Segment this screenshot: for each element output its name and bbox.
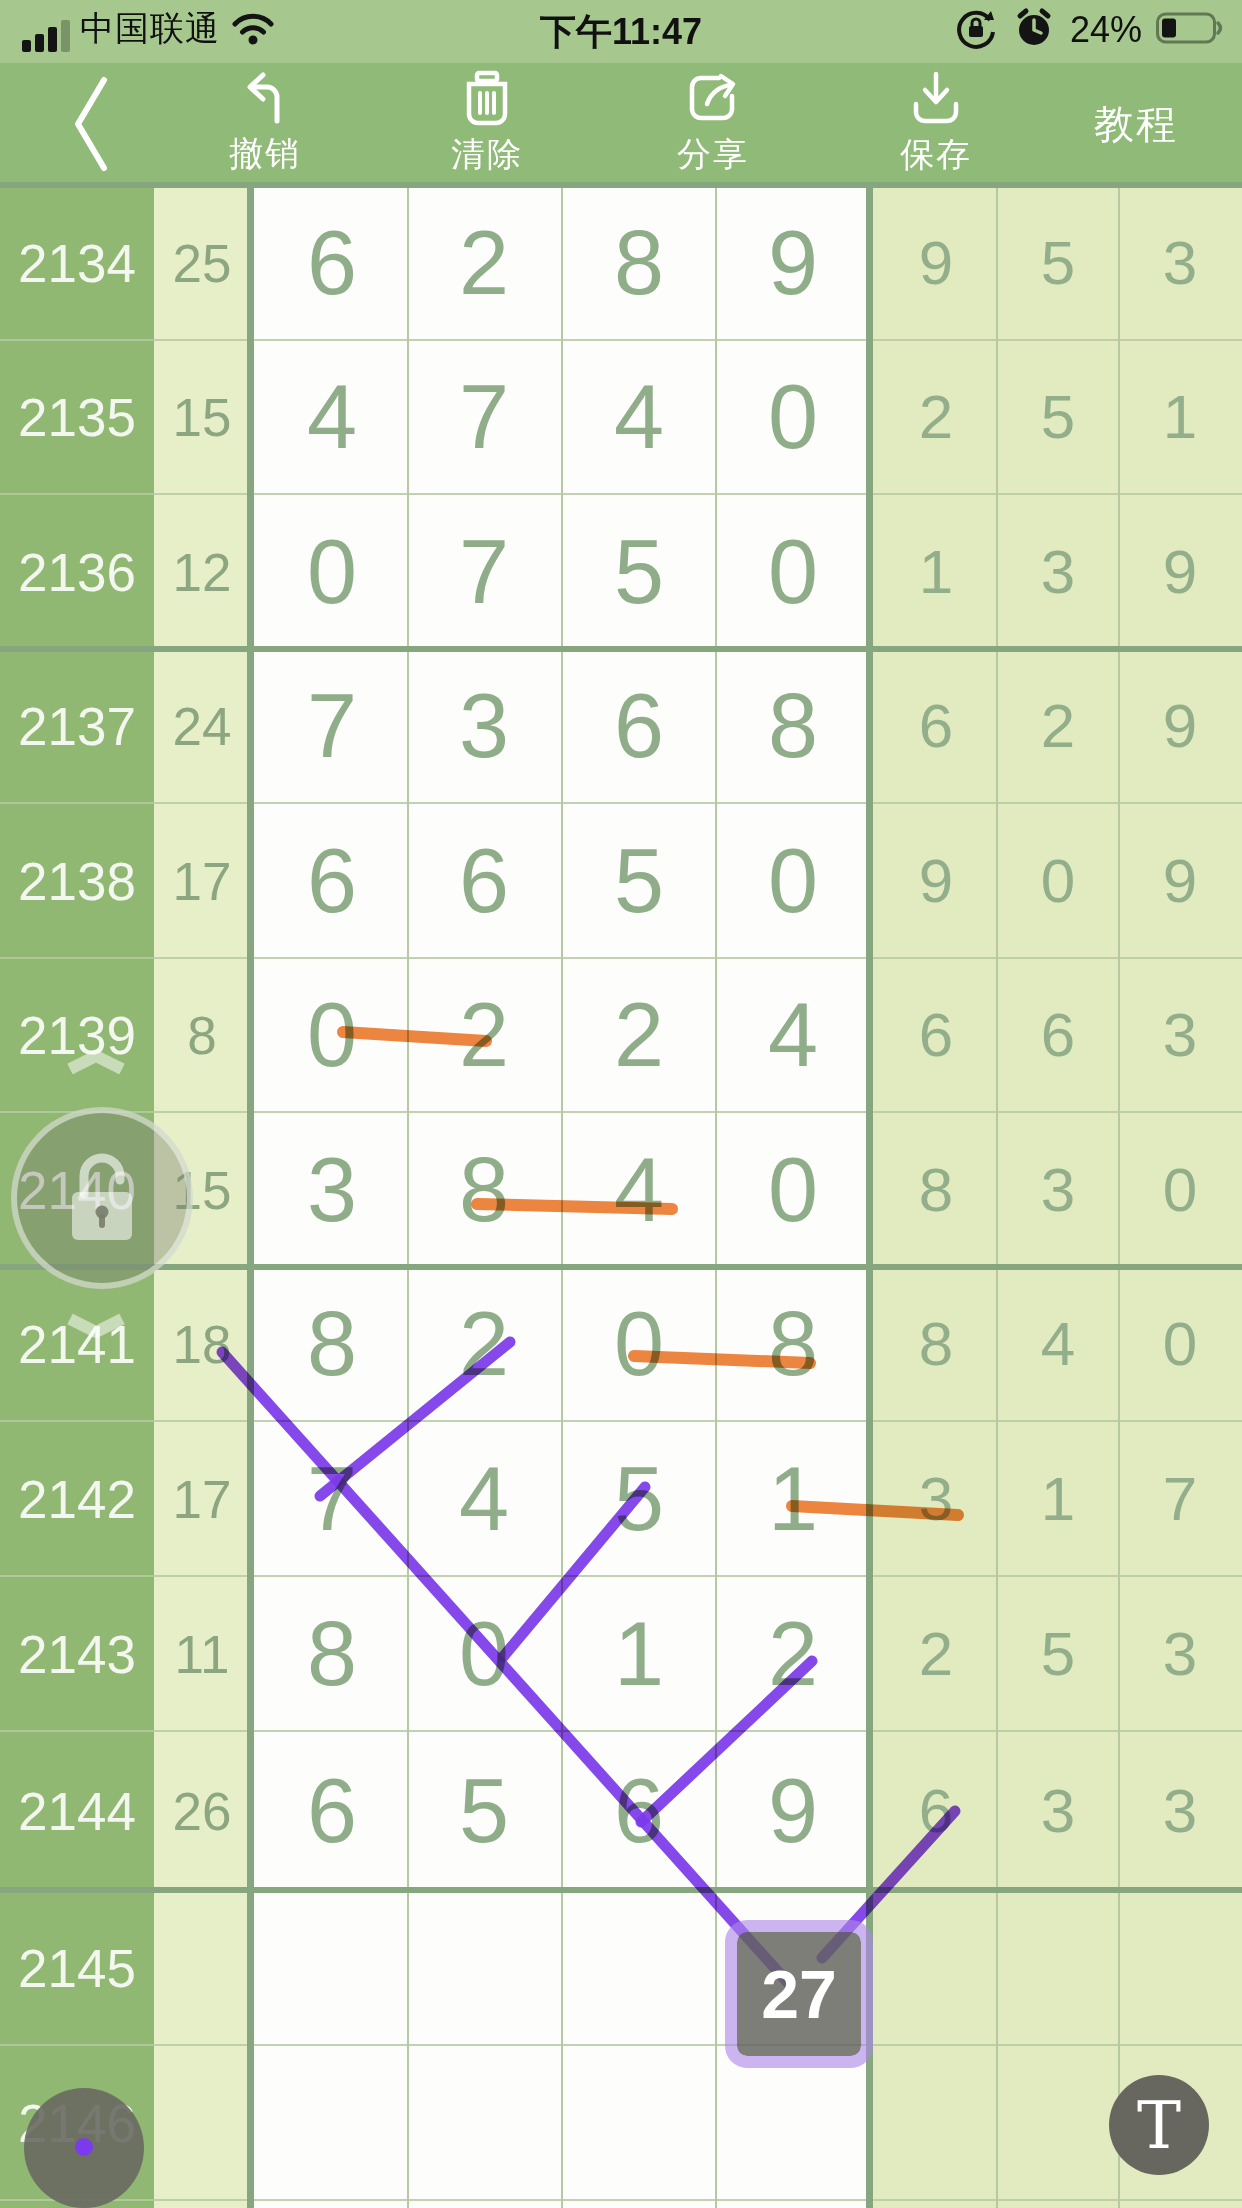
front-digit: 0 [459,1609,509,1699]
tutorial-label: 教程 [1094,97,1178,152]
sum-prediction-badge[interactable]: 27 [725,1920,873,2068]
undo-label: 撤销 [229,131,301,177]
sum-value: 26 [173,1784,232,1837]
back-digit: 2 [919,1623,953,1685]
front-digit: 8 [459,1145,509,1235]
sum-value: 8 [187,1009,216,1062]
period-label: 2145 [18,1941,136,1994]
sum-value: 12 [173,545,232,598]
text-tool-label: T [1137,2087,1181,2164]
back-button[interactable] [17,63,167,185]
front-digit: 0 [307,527,357,617]
app-screen: 中国联通 下午11:47 [0,0,1242,2208]
back-digit: 5 [1041,1623,1075,1685]
sum-value: 25 [173,236,232,289]
front-digit: 2 [614,990,664,1080]
back-digit: 8 [919,1159,953,1221]
back-digit: 3 [1163,1004,1197,1066]
share-icon [685,70,741,126]
front-digit: 5 [614,836,664,926]
lock-handle-button[interactable] [11,1107,193,1289]
back-digit: 6 [919,1780,953,1842]
front-digit: 5 [614,1454,664,1544]
chevron-down-icon[interactable] [64,1314,128,1338]
front-digit: 6 [459,836,509,926]
back-digit: 9 [919,850,953,912]
front-digit: 0 [768,1145,818,1235]
front-digit: 9 [768,1766,818,1856]
back-digit: 3 [1163,1623,1197,1685]
back-digit: 9 [1163,850,1197,912]
period-label: 2144 [18,1784,136,1837]
back-digit: 6 [919,1004,953,1066]
rotation-lock-icon [954,6,998,54]
front-digit: 0 [307,990,357,1080]
front-digit: 4 [614,1145,664,1235]
text-tool-button[interactable]: T [1109,2075,1209,2175]
period-label: 2138 [18,854,136,907]
back-digit: 3 [1041,1159,1075,1221]
share-button[interactable]: 分享 [638,63,788,185]
back-digit: 1 [1163,386,1197,448]
front-digit: 7 [459,372,509,462]
front-digit: 6 [614,1766,664,1856]
front-digit: 5 [614,527,664,617]
back-chevron-icon [70,74,114,174]
front-digit: 2 [459,990,509,1080]
alarm-clock-icon [1012,6,1056,54]
back-digit: 3 [1163,1780,1197,1842]
sum-value: 24 [173,700,232,753]
back-digit: 5 [1041,232,1075,294]
trash-icon [461,70,513,126]
front-digit: 6 [307,1766,357,1856]
front-digit: 6 [307,836,357,926]
save-button[interactable]: 保存 [861,63,1011,185]
back-digit: 6 [919,695,953,757]
sum-value: 17 [173,1472,232,1525]
battery-icon [1156,11,1224,49]
front-digit: 6 [307,218,357,308]
front-digit: 0 [768,836,818,926]
back-digit: 9 [1163,695,1197,757]
clear-label: 清除 [451,132,523,178]
download-icon [908,70,964,126]
front-digit: 1 [614,1609,664,1699]
front-digit: 5 [459,1766,509,1856]
front-digit: 8 [307,1299,357,1389]
undo-button[interactable]: 撤销 [190,63,340,185]
back-digit: 3 [1041,541,1075,603]
front-digit: 7 [307,681,357,771]
front-digit: 0 [768,372,818,462]
clear-button[interactable]: 清除 [412,63,562,185]
front-digit: 8 [768,1299,818,1389]
front-digit: 8 [614,218,664,308]
sum-value: 15 [173,391,232,444]
back-digit: 3 [1041,1780,1075,1842]
back-digit: 9 [1163,541,1197,603]
front-digit: 4 [307,372,357,462]
back-digit: 2 [1041,695,1075,757]
front-digit: 4 [614,372,664,462]
front-digit: 1 [768,1454,818,1544]
front-digit: 0 [614,1299,664,1389]
toolbar: 撤销 清除 分享 [0,63,1242,185]
back-digit: 1 [919,541,953,603]
back-digit: 9 [919,232,953,294]
front-digit: 8 [768,681,818,771]
front-digit: 8 [307,1609,357,1699]
period-label: 2136 [18,545,136,598]
unlock-padlock-icon [56,1146,148,1250]
battery-percent: 24% [1070,9,1142,51]
badge-value: 27 [761,1955,837,2033]
back-digit: 3 [1163,232,1197,294]
front-digit: 2 [459,218,509,308]
back-digit: 5 [1041,386,1075,448]
period-label: 2143 [18,1627,136,1680]
undo-icon [237,71,293,125]
front-digit: 3 [459,681,509,771]
back-digit: 1 [1041,1468,1075,1530]
period-label: 2142 [18,1472,136,1525]
period-label: 2135 [18,391,136,444]
front-digit: 3 [307,1145,357,1235]
back-digit: 8 [919,1313,953,1375]
back-digit: 2 [919,386,953,448]
sum-value: 17 [173,854,232,907]
pen-start-dot [75,2138,93,2156]
status-bar: 中国联通 下午11:47 [0,0,1242,63]
front-digit: 7 [459,527,509,617]
tutorial-button[interactable]: 教程 [1061,63,1211,185]
back-digit: 0 [1041,850,1075,912]
back-digit: 6 [1041,1004,1075,1066]
front-digit: 7 [307,1454,357,1544]
save-label: 保存 [900,132,972,178]
front-digit: 4 [459,1454,509,1544]
period-label: 2137 [18,700,136,753]
share-label: 分享 [677,132,749,178]
back-digit: 7 [1163,1468,1197,1530]
front-digit: 2 [768,1609,818,1699]
sum-value: 11 [174,1627,229,1680]
front-digit: 9 [768,218,818,308]
back-digit: 0 [1163,1159,1197,1221]
chevron-up-icon[interactable] [64,1050,128,1074]
front-digit: 4 [768,990,818,1080]
front-digit: 0 [768,527,818,617]
back-digit: 0 [1163,1313,1197,1375]
front-digit: 2 [459,1299,509,1389]
period-label: 2134 [18,236,136,289]
sum-value: 18 [173,1318,232,1371]
back-digit: 4 [1041,1313,1075,1375]
back-digit: 3 [919,1468,953,1530]
front-digit: 6 [614,681,664,771]
